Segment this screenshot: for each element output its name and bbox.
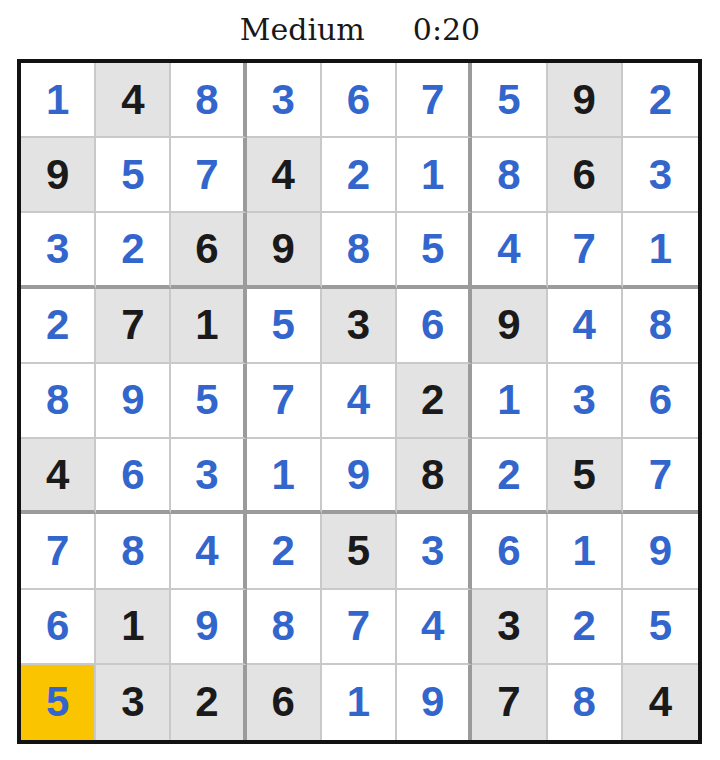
cell-r4c4[interactable]: 5 [247,289,322,364]
cell-r4c7[interactable]: 9 [472,289,547,364]
cell-r7c6[interactable]: 3 [397,514,472,589]
cell-r2c6[interactable]: 1 [397,138,472,213]
cell-r8c2[interactable]: 1 [96,590,171,665]
cell-r2c1[interactable]: 9 [21,138,96,213]
cell-r8c3[interactable]: 9 [171,590,246,665]
cell-r8c6[interactable]: 4 [397,590,472,665]
cell-r3c1[interactable]: 3 [21,213,96,288]
cell-r1c2[interactable]: 4 [96,63,171,138]
cell-r2c2[interactable]: 5 [96,138,171,213]
cell-r5c8[interactable]: 3 [548,364,623,439]
cell-r3c6[interactable]: 5 [397,213,472,288]
cell-r2c7[interactable]: 8 [472,138,547,213]
cell-r4c2[interactable]: 7 [96,289,171,364]
sudoku-app: Medium 0:20 1483675929574218633269854712… [0,0,720,760]
cell-r9c4[interactable]: 6 [247,665,322,740]
cell-r6c4[interactable]: 1 [247,439,322,514]
cell-r9c9[interactable]: 4 [623,665,698,740]
cell-r9c1[interactable]: 5 [21,665,96,740]
cell-r5c7[interactable]: 1 [472,364,547,439]
cell-r2c8[interactable]: 6 [548,138,623,213]
cell-r9c2[interactable]: 3 [96,665,171,740]
cell-r4c5[interactable]: 3 [322,289,397,364]
cell-r1c9[interactable]: 2 [623,63,698,138]
cell-r5c2[interactable]: 9 [96,364,171,439]
cell-r3c8[interactable]: 7 [548,213,623,288]
cell-r6c9[interactable]: 7 [623,439,698,514]
cell-r5c6[interactable]: 2 [397,364,472,439]
cell-r8c9[interactable]: 5 [623,590,698,665]
cell-r2c4[interactable]: 4 [247,138,322,213]
cell-r6c1[interactable]: 4 [21,439,96,514]
cell-r4c3[interactable]: 1 [171,289,246,364]
cell-r5c3[interactable]: 5 [171,364,246,439]
cell-r7c7[interactable]: 6 [472,514,547,589]
cell-r3c9[interactable]: 1 [623,213,698,288]
header: Medium 0:20 [0,0,720,58]
cell-r6c2[interactable]: 6 [96,439,171,514]
cell-r4c6[interactable]: 6 [397,289,472,364]
cell-r8c4[interactable]: 8 [247,590,322,665]
cell-r3c7[interactable]: 4 [472,213,547,288]
cell-r3c2[interactable]: 2 [96,213,171,288]
cell-r2c3[interactable]: 7 [171,138,246,213]
cell-r3c4[interactable]: 9 [247,213,322,288]
cell-r4c1[interactable]: 2 [21,289,96,364]
cell-r9c8[interactable]: 8 [548,665,623,740]
cell-r1c1[interactable]: 1 [21,63,96,138]
cell-r4c8[interactable]: 4 [548,289,623,364]
cell-r2c9[interactable]: 3 [623,138,698,213]
cell-r8c8[interactable]: 2 [548,590,623,665]
difficulty-label: Medium [240,12,365,47]
cell-r7c4[interactable]: 2 [247,514,322,589]
cell-r7c5[interactable]: 5 [322,514,397,589]
cell-r5c1[interactable]: 8 [21,364,96,439]
cell-r6c3[interactable]: 3 [171,439,246,514]
cell-r1c8[interactable]: 9 [548,63,623,138]
cell-r9c6[interactable]: 9 [397,665,472,740]
cell-r9c7[interactable]: 7 [472,665,547,740]
cell-r7c1[interactable]: 7 [21,514,96,589]
cell-r7c8[interactable]: 1 [548,514,623,589]
cell-r9c5[interactable]: 1 [322,665,397,740]
cell-r5c5[interactable]: 4 [322,364,397,439]
cell-r3c5[interactable]: 8 [322,213,397,288]
cell-r4c9[interactable]: 8 [623,289,698,364]
cell-r1c6[interactable]: 7 [397,63,472,138]
cell-r1c4[interactable]: 3 [247,63,322,138]
cell-r6c7[interactable]: 2 [472,439,547,514]
cell-r8c7[interactable]: 3 [472,590,547,665]
cell-r1c7[interactable]: 5 [472,63,547,138]
cell-r1c3[interactable]: 8 [171,63,246,138]
cell-r5c9[interactable]: 6 [623,364,698,439]
cell-r1c5[interactable]: 6 [322,63,397,138]
timer: 0:20 [413,12,480,47]
cell-r6c6[interactable]: 8 [397,439,472,514]
sudoku-board: 1483675929574218633269854712715369488957… [17,59,702,744]
cell-r7c9[interactable]: 9 [623,514,698,589]
cell-r6c8[interactable]: 5 [548,439,623,514]
cell-r7c2[interactable]: 8 [96,514,171,589]
cell-r2c5[interactable]: 2 [322,138,397,213]
cell-r9c3[interactable]: 2 [171,665,246,740]
cell-r5c4[interactable]: 7 [247,364,322,439]
cell-r6c5[interactable]: 9 [322,439,397,514]
cell-r8c1[interactable]: 6 [21,590,96,665]
cell-r3c3[interactable]: 6 [171,213,246,288]
cell-r8c5[interactable]: 7 [322,590,397,665]
cell-r7c3[interactable]: 4 [171,514,246,589]
